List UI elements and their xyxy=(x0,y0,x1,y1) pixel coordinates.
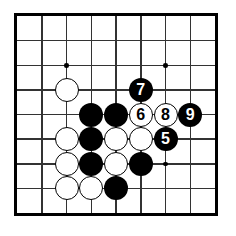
go-diagram-screenshot: 76895 xyxy=(0,0,236,236)
board-intersection: 5 xyxy=(153,127,178,152)
board-intersection: 8 xyxy=(153,102,178,127)
white-stone xyxy=(79,176,103,200)
white-stone xyxy=(55,176,79,200)
board-intersection xyxy=(79,151,104,176)
white-stone xyxy=(104,152,128,176)
board-intersection xyxy=(54,78,79,103)
board-intersection: 9 xyxy=(178,102,203,127)
board-intersection xyxy=(128,127,153,152)
board-intersection xyxy=(104,151,129,176)
board-stones-grid: 76895 xyxy=(5,4,228,226)
board-intersection xyxy=(104,127,129,152)
stone-move-number: 6 xyxy=(136,107,145,123)
white-stone: 8 xyxy=(154,103,178,127)
board-intersection xyxy=(128,151,153,176)
board-intersection xyxy=(79,102,104,127)
stone-move-number: 5 xyxy=(161,131,170,147)
black-stone xyxy=(104,103,128,127)
black-stone xyxy=(79,127,103,151)
white-stone xyxy=(55,152,79,176)
white-stone xyxy=(55,127,79,151)
black-stone xyxy=(79,103,103,127)
white-stone xyxy=(104,127,128,151)
board-intersection xyxy=(79,176,104,201)
board-intersection xyxy=(54,176,79,201)
board-intersection xyxy=(54,127,79,152)
board-intersection xyxy=(79,127,104,152)
stone-move-number: 8 xyxy=(161,107,170,123)
go-board: 76895 xyxy=(14,13,218,216)
black-stone xyxy=(79,152,103,176)
stone-move-number: 7 xyxy=(136,82,145,98)
black-stone xyxy=(129,152,153,176)
stone-move-number: 9 xyxy=(186,107,195,123)
black-stone: 9 xyxy=(178,103,202,127)
white-stone: 6 xyxy=(129,103,153,127)
board-intersection: 6 xyxy=(128,102,153,127)
board-intersection: 7 xyxy=(128,78,153,103)
black-stone: 7 xyxy=(129,78,153,102)
white-stone xyxy=(55,78,79,102)
board-intersection xyxy=(104,102,129,127)
board-intersection xyxy=(104,176,129,201)
board-intersection xyxy=(54,151,79,176)
black-stone: 5 xyxy=(154,127,178,151)
white-stone xyxy=(129,127,153,151)
black-stone xyxy=(104,176,128,200)
